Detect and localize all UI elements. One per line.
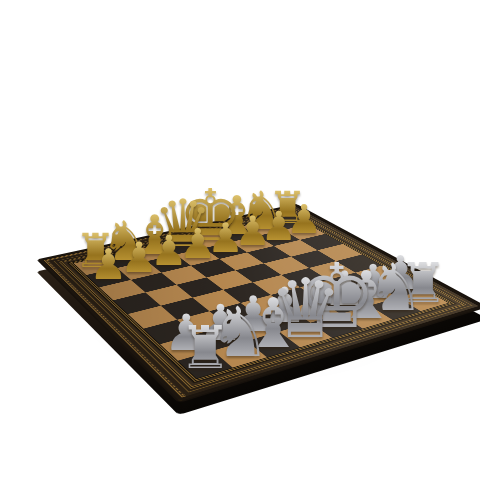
chess-board-grid bbox=[74, 215, 448, 378]
product-photo-scene: ♜♞♝♛♚♝♞♜♟♟♟♟♟♟♟♟♟♟♟♟♟♟♟♟♜♞♝♛♚♝♞♜ bbox=[0, 0, 480, 480]
chess-board-anchor bbox=[86, 118, 414, 446]
chess-board bbox=[36, 204, 480, 403]
